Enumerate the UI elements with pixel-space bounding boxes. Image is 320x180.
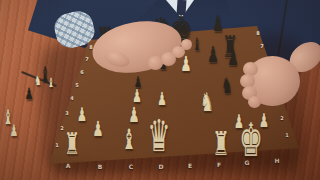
right-fist-knuckle <box>248 96 261 108</box>
piece-white-pawn-a3[interactable]: ♟ <box>77 105 87 124</box>
piece-black-bishop-f8[interactable]: ♝ <box>193 36 202 53</box>
piece-white-pawn-c3[interactable]: ♟ <box>129 105 140 126</box>
file-label-c: C <box>129 164 133 170</box>
rank-label-right-2: 2 <box>280 116 283 121</box>
captured-white-bishop[interactable]: ♝ <box>48 76 55 89</box>
piece-white-queen-d1[interactable]: ♛ <box>148 114 171 158</box>
captured-white-knight[interactable]: ♞ <box>35 74 42 87</box>
rank-label-left-4: 4 <box>70 96 73 101</box>
rank-label-left-7: 7 <box>85 57 88 62</box>
piece-white-pawn-g3[interactable]: ♟ <box>234 112 244 131</box>
table-white-pawn-edge[interactable]: ♟ <box>10 123 18 139</box>
rank-label-right-8: 8 <box>256 31 259 36</box>
piece-black-pawn-c5[interactable]: ♟ <box>134 75 142 90</box>
piece-white-rook-a1[interactable]: ♜ <box>64 129 80 159</box>
piece-black-knight-g5[interactable]: ♞ <box>221 75 232 97</box>
piece-white-pawn-b2[interactable]: ♟ <box>93 119 104 140</box>
rank-label-right-7: 7 <box>260 44 263 49</box>
piece-white-pawn-e6[interactable]: ♟ <box>181 54 192 75</box>
photo-scene: ABCDEFGH8765432187654321 ♝♟♞♝♝♟♟ ♜♝♛♜♚♟♟… <box>0 0 320 180</box>
piece-white-bishop-c1[interactable]: ♝ <box>122 126 137 154</box>
file-label-a: A <box>66 163 71 169</box>
file-label-b: B <box>98 164 103 170</box>
piece-black-pawn-h7[interactable]: ♟ <box>227 47 238 69</box>
captured-black-pawn[interactable]: ♟ <box>25 86 33 102</box>
left-hand-finger <box>181 39 192 50</box>
rank-label-left-3: 3 <box>65 111 68 116</box>
file-label-d: D <box>159 164 164 170</box>
piece-black-pawn-g7[interactable]: ♟ <box>207 44 218 66</box>
piece-white-rook-f1[interactable]: ♜ <box>212 127 229 160</box>
rank-label-left-6: 6 <box>80 70 83 75</box>
piece-white-pawn-h3[interactable]: ♟ <box>259 111 269 130</box>
file-label-h: H <box>274 158 279 164</box>
file-label-e: E <box>188 163 192 169</box>
rank-label-left-1: 1 <box>55 143 58 148</box>
rank-label-right-1: 1 <box>285 133 288 138</box>
piece-white-pawn-d4[interactable]: ♟ <box>157 90 166 108</box>
rank-label-left-5: 5 <box>75 83 78 88</box>
piece-white-knight-f4[interactable]: ♞ <box>200 89 214 115</box>
